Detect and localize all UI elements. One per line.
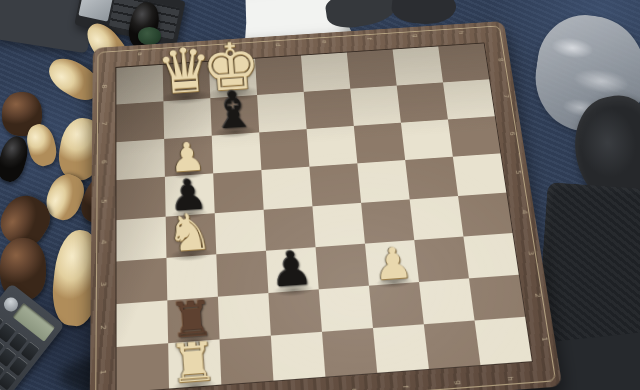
coord-rank-l-2: 2 [98, 325, 105, 330]
coord-rank-l-5: 5 [99, 199, 106, 204]
coord-rank-l-6: 6 [99, 160, 106, 165]
coord-rank-l-1: 1 [98, 370, 105, 375]
photo-scene: 1122334455667788aabbccddeeffgghh ♛♚♝♟♟♞♟… [0, 0, 640, 390]
dark-bag-top-2 [390, 0, 457, 27]
coord-rank-l-4: 4 [99, 240, 106, 245]
coord-rank-l-3: 3 [99, 282, 106, 287]
coord-file-t-b: b [182, 49, 189, 53]
coord-rank-r-8: 8 [496, 58, 503, 62]
coord-file-t-h: h [457, 31, 464, 35]
coord-file-b-g: g [454, 380, 462, 385]
coord-rank-r-6: 6 [507, 132, 514, 137]
piece-white-knight-b4[interactable]: ♞ [165, 209, 214, 258]
piece-black-pawn-d3[interactable]: ♟ [269, 247, 314, 293]
coord-rank-r-2: 2 [532, 293, 540, 298]
coord-file-t-d: d [274, 43, 281, 47]
coord-file-t-g: g [411, 34, 418, 38]
coord-file-b-f: f [400, 385, 408, 388]
coord-rank-r-3: 3 [526, 251, 534, 256]
chessboard: 1122334455667788aabbccddeeffgghh ♛♚♝♟♟♞♟… [90, 21, 563, 390]
coord-rank-r-5: 5 [513, 170, 520, 175]
piece-white-rook-b1[interactable]: ♜ [167, 338, 218, 389]
coord-rank-l-8: 8 [100, 84, 107, 88]
coord-file-t-a: a [135, 52, 142, 56]
piece-white-pawn-f3[interactable]: ♟ [372, 243, 413, 284]
coord-file-b-h: h [506, 376, 514, 381]
coord-rank-r-4: 4 [519, 210, 527, 215]
coord-rank-l-7: 7 [100, 121, 107, 125]
coord-file-t-e: e [320, 40, 327, 44]
coord-rank-r-1: 1 [539, 337, 547, 342]
loose-piece-cream[interactable] [23, 121, 59, 168]
calculator-key[interactable] [0, 371, 17, 390]
coord-file-t-c: c [228, 46, 235, 50]
coord-rank-r-7: 7 [501, 94, 508, 98]
coord-file-t-f: f [365, 38, 372, 41]
